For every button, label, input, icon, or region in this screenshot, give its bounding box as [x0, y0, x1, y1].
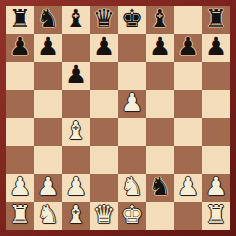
square-d1[interactable]: ♛ — [90, 202, 118, 230]
white-pawn[interactable]: ♟ — [65, 174, 87, 201]
square-d3[interactable] — [90, 146, 118, 174]
black-pawn[interactable]: ♟ — [37, 34, 59, 61]
square-d4[interactable] — [90, 118, 118, 146]
square-g4[interactable] — [174, 118, 202, 146]
square-e6[interactable] — [118, 62, 146, 90]
square-h7[interactable]: ♟ — [202, 34, 230, 62]
square-c8[interactable]: ♝ — [62, 6, 90, 34]
square-b8[interactable]: ♞ — [34, 6, 62, 34]
square-e5[interactable]: ♟ — [118, 90, 146, 118]
square-g1[interactable] — [174, 202, 202, 230]
white-bishop[interactable]: ♝ — [65, 202, 87, 229]
square-e8[interactable]: ♚ — [118, 6, 146, 34]
square-e7[interactable] — [118, 34, 146, 62]
black-pawn[interactable]: ♟ — [93, 34, 115, 61]
black-rook[interactable]: ♜ — [9, 6, 31, 33]
square-d7[interactable]: ♟ — [90, 34, 118, 62]
square-b7[interactable]: ♟ — [34, 34, 62, 62]
square-a4[interactable] — [6, 118, 34, 146]
square-a1[interactable]: ♜ — [6, 202, 34, 230]
square-c5[interactable] — [62, 90, 90, 118]
square-d5[interactable] — [90, 90, 118, 118]
square-d2[interactable] — [90, 174, 118, 202]
square-g5[interactable] — [174, 90, 202, 118]
square-a8[interactable]: ♜ — [6, 6, 34, 34]
square-e1[interactable]: ♚ — [118, 202, 146, 230]
chess-board: ♜♞♝♛♚♝♜♟♟♟♟♟♟♟♟♝♟♟♟♞♞♟♟♜♞♝♛♚♜ — [6, 6, 230, 230]
square-e2[interactable]: ♞ — [118, 174, 146, 202]
square-f7[interactable]: ♟ — [146, 34, 174, 62]
square-h5[interactable] — [202, 90, 230, 118]
square-f3[interactable] — [146, 146, 174, 174]
black-knight[interactable]: ♞ — [149, 174, 171, 201]
square-f5[interactable] — [146, 90, 174, 118]
square-h1[interactable]: ♜ — [202, 202, 230, 230]
square-c1[interactable]: ♝ — [62, 202, 90, 230]
square-c3[interactable] — [62, 146, 90, 174]
black-bishop[interactable]: ♝ — [65, 6, 87, 33]
white-rook[interactable]: ♜ — [205, 202, 227, 229]
black-queen[interactable]: ♛ — [93, 6, 115, 33]
square-b6[interactable] — [34, 62, 62, 90]
square-b3[interactable] — [34, 146, 62, 174]
square-b4[interactable] — [34, 118, 62, 146]
square-g7[interactable]: ♟ — [174, 34, 202, 62]
square-e4[interactable] — [118, 118, 146, 146]
square-c4[interactable]: ♝ — [62, 118, 90, 146]
square-a2[interactable]: ♟ — [6, 174, 34, 202]
board-frame: ♜♞♝♛♚♝♜♟♟♟♟♟♟♟♟♝♟♟♟♞♞♟♟♜♞♝♛♚♜ — [0, 0, 236, 236]
white-pawn[interactable]: ♟ — [177, 174, 199, 201]
square-g8[interactable] — [174, 6, 202, 34]
square-f4[interactable] — [146, 118, 174, 146]
square-d8[interactable]: ♛ — [90, 6, 118, 34]
square-g3[interactable] — [174, 146, 202, 174]
white-queen[interactable]: ♛ — [93, 202, 115, 229]
white-king[interactable]: ♚ — [121, 202, 143, 229]
black-pawn[interactable]: ♟ — [149, 34, 171, 61]
square-f2[interactable]: ♞ — [146, 174, 174, 202]
square-f1[interactable] — [146, 202, 174, 230]
square-c6[interactable]: ♟ — [62, 62, 90, 90]
black-king[interactable]: ♚ — [121, 6, 143, 33]
black-rook[interactable]: ♜ — [205, 6, 227, 33]
white-pawn[interactable]: ♟ — [205, 174, 227, 201]
white-pawn[interactable]: ♟ — [121, 90, 143, 117]
white-knight[interactable]: ♞ — [37, 202, 59, 229]
square-h2[interactable]: ♟ — [202, 174, 230, 202]
white-rook[interactable]: ♜ — [9, 202, 31, 229]
square-f6[interactable] — [146, 62, 174, 90]
square-f8[interactable]: ♝ — [146, 6, 174, 34]
black-pawn[interactable]: ♟ — [9, 34, 31, 61]
square-c7[interactable] — [62, 34, 90, 62]
black-bishop[interactable]: ♝ — [149, 6, 171, 33]
square-a6[interactable] — [6, 62, 34, 90]
black-pawn[interactable]: ♟ — [65, 62, 87, 89]
square-h8[interactable]: ♜ — [202, 6, 230, 34]
square-a7[interactable]: ♟ — [6, 34, 34, 62]
square-h6[interactable] — [202, 62, 230, 90]
square-a5[interactable] — [6, 90, 34, 118]
black-pawn[interactable]: ♟ — [177, 34, 199, 61]
square-b2[interactable]: ♟ — [34, 174, 62, 202]
black-pawn[interactable]: ♟ — [205, 34, 227, 61]
white-knight[interactable]: ♞ — [121, 174, 143, 201]
black-knight[interactable]: ♞ — [37, 6, 59, 33]
square-g6[interactable] — [174, 62, 202, 90]
white-pawn[interactable]: ♟ — [9, 174, 31, 201]
square-b5[interactable] — [34, 90, 62, 118]
square-b1[interactable]: ♞ — [34, 202, 62, 230]
white-pawn[interactable]: ♟ — [37, 174, 59, 201]
square-a3[interactable] — [6, 146, 34, 174]
square-e3[interactable] — [118, 146, 146, 174]
square-c2[interactable]: ♟ — [62, 174, 90, 202]
square-d6[interactable] — [90, 62, 118, 90]
square-h4[interactable] — [202, 118, 230, 146]
square-g2[interactable]: ♟ — [174, 174, 202, 202]
square-h3[interactable] — [202, 146, 230, 174]
white-bishop[interactable]: ♝ — [65, 118, 87, 145]
